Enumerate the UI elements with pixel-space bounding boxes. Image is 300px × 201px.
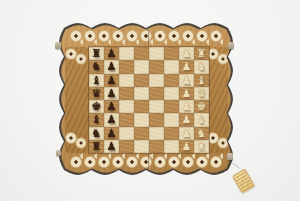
square-d1[interactable]: ♛: [194, 87, 209, 100]
piece-white-bishop[interactable]: ♝: [197, 113, 207, 126]
square-a4[interactable]: [149, 47, 164, 60]
square-e4[interactable]: [149, 100, 164, 113]
square-f7[interactable]: ♟: [104, 113, 119, 126]
piece-white-rook[interactable]: ♜: [197, 140, 207, 153]
piece-black-pawn[interactable]: ♟: [107, 87, 117, 100]
piece-white-queen[interactable]: ♛: [197, 87, 207, 100]
piece-black-pawn[interactable]: ♟: [107, 60, 117, 73]
square-e6[interactable]: [119, 100, 134, 113]
corner-rosette-bottom-left: [65, 131, 87, 151]
square-f5[interactable]: [134, 113, 149, 126]
square-f6[interactable]: [119, 113, 134, 126]
chess-board-case: ♜♟♟♜♞♟♟♞♝♟♟♝♛♟♟♛♚♟♟♚♝♟♟♝♞♟♟♞♜♟♟♜: [57, 21, 235, 177]
piece-black-pawn[interactable]: ♟: [107, 140, 117, 153]
square-d4[interactable]: [149, 87, 164, 100]
board-wood-frame: ♜♟♟♜♞♟♟♞♝♟♟♝♛♟♟♛♚♟♟♚♝♟♟♝♞♟♟♞♜♟♟♜: [57, 21, 235, 177]
square-g5[interactable]: [134, 127, 149, 140]
piece-black-bishop[interactable]: ♝: [92, 113, 102, 126]
square-c6[interactable]: [119, 74, 134, 87]
corner-rosette-top-left: [65, 47, 87, 67]
piece-black-knight[interactable]: ♞: [92, 127, 102, 140]
square-f1[interactable]: ♝: [194, 113, 209, 126]
piece-white-bishop[interactable]: ♝: [197, 74, 207, 87]
square-c8[interactable]: ♝: [89, 74, 104, 87]
square-a6[interactable]: [119, 47, 134, 60]
square-b8[interactable]: ♞: [89, 60, 104, 73]
carved-lace-band-bottom: [69, 152, 223, 169]
square-e8[interactable]: ♚: [89, 100, 104, 113]
square-g4[interactable]: [149, 127, 164, 140]
square-a7[interactable]: ♟: [104, 47, 119, 60]
square-g1[interactable]: ♞: [194, 127, 209, 140]
piece-white-pawn[interactable]: ♟: [182, 127, 192, 140]
square-h8[interactable]: ♜: [89, 140, 104, 153]
square-h5[interactable]: [134, 140, 149, 153]
square-b3[interactable]: [164, 60, 179, 73]
square-a1[interactable]: ♜: [194, 47, 209, 60]
square-c4[interactable]: [149, 74, 164, 87]
piece-white-knight[interactable]: ♞: [197, 127, 207, 140]
piece-white-pawn[interactable]: ♟: [182, 113, 192, 126]
carved-lace-band-top: [69, 29, 223, 46]
photo-background: ♜♟♟♜♞♟♟♞♝♟♟♝♛♟♟♛♚♟♟♚♝♟♟♝♞♟♟♞♜♟♟♜: [0, 0, 300, 201]
square-f3[interactable]: [164, 113, 179, 126]
square-d5[interactable]: [134, 87, 149, 100]
square-a3[interactable]: [164, 47, 179, 60]
square-h3[interactable]: [164, 140, 179, 153]
square-d7[interactable]: ♟: [104, 87, 119, 100]
corner-rosette-top-right: [207, 47, 229, 67]
square-h1[interactable]: ♜: [194, 140, 209, 153]
piece-black-pawn[interactable]: ♟: [107, 100, 117, 113]
square-h2[interactable]: ♟: [179, 140, 194, 153]
square-f4[interactable]: [149, 113, 164, 126]
square-g7[interactable]: ♟: [104, 127, 119, 140]
square-g6[interactable]: [119, 127, 134, 140]
hang-tag[interactable]: [232, 169, 255, 194]
clasp-right-top[interactable]: [228, 42, 234, 49]
piece-black-rook[interactable]: ♜: [92, 47, 102, 60]
square-a8[interactable]: ♜: [89, 47, 104, 60]
square-b6[interactable]: [119, 60, 134, 73]
piece-white-pawn[interactable]: ♟: [182, 74, 192, 87]
square-a5[interactable]: [134, 47, 149, 60]
square-c2[interactable]: ♟: [179, 74, 194, 87]
piece-white-pawn[interactable]: ♟: [182, 47, 192, 60]
square-d2[interactable]: ♟: [179, 87, 194, 100]
square-d8[interactable]: ♛: [89, 87, 104, 100]
square-d6[interactable]: [119, 87, 134, 100]
piece-black-pawn[interactable]: ♟: [107, 47, 117, 60]
corner-rosette-bottom-right: [207, 131, 229, 151]
chess-board: ♜♟♟♜♞♟♟♞♝♟♟♝♛♟♟♛♚♟♟♚♝♟♟♝♞♟♟♞♜♟♟♜: [89, 47, 209, 153]
square-c1[interactable]: ♝: [194, 74, 209, 87]
piece-black-bishop[interactable]: ♝: [92, 74, 102, 87]
piece-white-pawn[interactable]: ♟: [182, 100, 192, 113]
clasp-right-bottom[interactable]: [227, 153, 233, 160]
square-e7[interactable]: ♟: [104, 100, 119, 113]
square-b5[interactable]: [134, 60, 149, 73]
square-c3[interactable]: [164, 74, 179, 87]
square-e5[interactable]: [134, 100, 149, 113]
square-b7[interactable]: ♟: [104, 60, 119, 73]
clasp-left-bottom[interactable]: [56, 150, 61, 156]
square-h7[interactable]: ♟: [104, 140, 119, 153]
piece-white-king[interactable]: ♚: [197, 100, 207, 113]
piece-black-queen[interactable]: ♛: [92, 87, 102, 100]
square-d3[interactable]: [164, 87, 179, 100]
tag-string: [232, 162, 240, 169]
piece-white-knight[interactable]: ♞: [197, 60, 207, 73]
square-b4[interactable]: [149, 60, 164, 73]
square-c5[interactable]: [134, 74, 149, 87]
square-g8[interactable]: ♞: [89, 127, 104, 140]
square-f8[interactable]: ♝: [89, 113, 104, 126]
square-h6[interactable]: [119, 140, 134, 153]
square-b1[interactable]: ♞: [194, 60, 209, 73]
piece-white-pawn[interactable]: ♟: [182, 60, 192, 73]
square-b2[interactable]: ♟: [179, 60, 194, 73]
piece-black-knight[interactable]: ♞: [92, 60, 102, 73]
square-c7[interactable]: ♟: [104, 74, 119, 87]
square-e3[interactable]: [164, 100, 179, 113]
square-e1[interactable]: ♚: [194, 100, 209, 113]
clasp-left-top[interactable]: [55, 42, 61, 49]
square-g2[interactable]: ♟: [179, 127, 194, 140]
square-g3[interactable]: [164, 127, 179, 140]
piece-black-pawn[interactable]: ♟: [107, 74, 117, 87]
piece-black-king[interactable]: ♚: [92, 100, 102, 113]
square-e2[interactable]: ♟: [179, 100, 194, 113]
piece-white-pawn[interactable]: ♟: [182, 87, 192, 100]
piece-black-pawn[interactable]: ♟: [107, 113, 117, 126]
piece-white-rook[interactable]: ♜: [197, 47, 207, 60]
square-a2[interactable]: ♟: [179, 47, 194, 60]
piece-white-pawn[interactable]: ♟: [182, 140, 192, 153]
piece-black-pawn[interactable]: ♟: [107, 127, 117, 140]
square-h4[interactable]: [149, 140, 164, 153]
piece-black-rook[interactable]: ♜: [92, 140, 102, 153]
square-f2[interactable]: ♟: [179, 113, 194, 126]
